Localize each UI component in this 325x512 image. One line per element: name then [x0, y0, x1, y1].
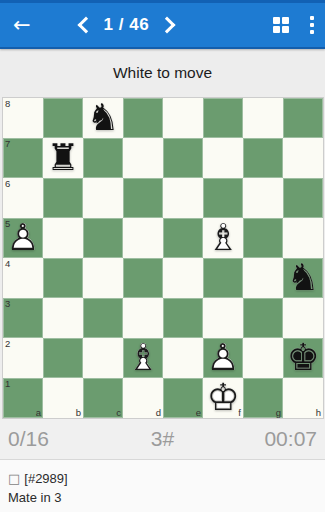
puzzle-info: □[#2989] Mate in 3	[0, 460, 325, 512]
puzzle-id: [#2989]	[24, 471, 67, 486]
square-c5[interactable]	[83, 218, 123, 258]
square-e6[interactable]	[163, 178, 203, 218]
file-label-h: h	[316, 408, 321, 418]
square-h3[interactable]	[283, 298, 323, 338]
rank-label-3: 3	[5, 299, 10, 309]
chess-board: 8♞7♜65♟♙♝♗4♞32♝♗♟♙♚1abcdef♚♔gh	[3, 98, 323, 418]
square-f1[interactable]: f♚♔	[203, 378, 243, 418]
square-d1[interactable]: d	[123, 378, 163, 418]
square-f6[interactable]	[203, 178, 243, 218]
square-e3[interactable]	[163, 298, 203, 338]
square-a8[interactable]: 8	[3, 98, 43, 138]
file-label-g: g	[276, 408, 281, 418]
square-e7[interactable]	[163, 138, 203, 178]
square-b3[interactable]	[43, 298, 83, 338]
square-h1[interactable]: h	[283, 378, 323, 418]
white-king: ♚♔	[203, 378, 243, 418]
puzzle-list-grid-icon[interactable]	[273, 17, 289, 33]
turn-banner-text: White to move	[113, 64, 212, 82]
square-f3[interactable]	[203, 298, 243, 338]
white-bishop: ♝♗	[123, 338, 163, 378]
file-label-e: e	[196, 408, 201, 418]
square-g6[interactable]	[243, 178, 283, 218]
square-d6[interactable]	[123, 178, 163, 218]
square-c1[interactable]: c	[83, 378, 123, 418]
file-label-f: f	[238, 408, 241, 418]
rank-label-8: 8	[5, 99, 10, 109]
black-knight: ♞	[283, 258, 323, 298]
square-g1[interactable]: g	[243, 378, 283, 418]
goal-label: 3#	[111, 427, 214, 451]
app-bar: ← 1 / 46	[0, 0, 325, 49]
square-h8[interactable]	[283, 98, 323, 138]
square-g5[interactable]	[243, 218, 283, 258]
square-h5[interactable]	[283, 218, 323, 258]
score-progress: 0/16	[8, 427, 111, 451]
square-a6[interactable]: 6	[3, 178, 43, 218]
square-d7[interactable]	[123, 138, 163, 178]
board-container: 8♞7♜65♟♙♝♗4♞32♝♗♟♙♚1abcdef♚♔gh	[2, 97, 324, 419]
rank-label-2: 2	[5, 339, 10, 349]
square-a4[interactable]: 4	[3, 258, 43, 298]
rank-label-1: 1	[5, 379, 10, 389]
square-h2[interactable]: ♚	[283, 338, 323, 378]
square-f2[interactable]: ♟♙	[203, 338, 243, 378]
file-label-d: d	[156, 408, 161, 418]
square-b1[interactable]: b	[43, 378, 83, 418]
square-f5[interactable]: ♝♗	[203, 218, 243, 258]
square-c4[interactable]	[83, 258, 123, 298]
square-h7[interactable]	[283, 138, 323, 178]
square-g3[interactable]	[243, 298, 283, 338]
square-c2[interactable]	[83, 338, 123, 378]
square-b4[interactable]	[43, 258, 83, 298]
square-g2[interactable]	[243, 338, 283, 378]
square-d8[interactable]	[123, 98, 163, 138]
rank-label-7: 7	[5, 139, 10, 149]
file-label-a: a	[36, 408, 41, 418]
puzzle-counter: 1 / 46	[104, 15, 150, 35]
square-c6[interactable]	[83, 178, 123, 218]
square-b8[interactable]	[43, 98, 83, 138]
square-c8[interactable]: ♞	[83, 98, 123, 138]
rank-label-4: 4	[5, 259, 10, 269]
square-a3[interactable]: 3	[3, 298, 43, 338]
square-f7[interactable]	[203, 138, 243, 178]
square-a5[interactable]: 5♟♙	[3, 218, 43, 258]
timer: 00:07	[214, 427, 317, 451]
status-bar: 0/16 3# 00:07	[0, 419, 325, 460]
square-e5[interactable]	[163, 218, 203, 258]
square-a1[interactable]: 1a	[3, 378, 43, 418]
square-a2[interactable]: 2	[3, 338, 43, 378]
next-puzzle-icon[interactable]	[159, 17, 176, 34]
square-g7[interactable]	[243, 138, 283, 178]
puzzle-id-line: □[#2989]	[8, 469, 317, 488]
square-a7[interactable]: 7	[3, 138, 43, 178]
square-g4[interactable]	[243, 258, 283, 298]
overflow-menu-icon[interactable]	[308, 14, 316, 36]
puzzle-navigation: 1 / 46	[80, 15, 174, 35]
black-rook: ♜	[43, 138, 83, 178]
file-label-c: c	[116, 408, 121, 418]
white-to-move-square-icon: □	[8, 471, 20, 486]
black-king: ♚	[283, 338, 323, 378]
turn-banner: White to move	[0, 49, 325, 97]
square-d4[interactable]	[123, 258, 163, 298]
square-d2[interactable]: ♝♗	[123, 338, 163, 378]
black-knight: ♞	[83, 98, 123, 138]
file-label-b: b	[76, 408, 81, 418]
square-e2[interactable]	[163, 338, 203, 378]
square-b2[interactable]	[43, 338, 83, 378]
square-b7[interactable]: ♜	[43, 138, 83, 178]
square-g8[interactable]	[243, 98, 283, 138]
square-e4[interactable]	[163, 258, 203, 298]
square-e1[interactable]: e	[163, 378, 203, 418]
rank-label-5: 5	[5, 219, 10, 229]
square-c7[interactable]	[83, 138, 123, 178]
white-bishop: ♝♗	[203, 218, 243, 258]
square-h6[interactable]	[283, 178, 323, 218]
square-f8[interactable]	[203, 98, 243, 138]
square-d5[interactable]	[123, 218, 163, 258]
square-h4[interactable]: ♞	[283, 258, 323, 298]
square-b6[interactable]	[43, 178, 83, 218]
square-f4[interactable]	[203, 258, 243, 298]
previous-puzzle-icon[interactable]	[77, 17, 94, 34]
square-b5[interactable]	[43, 218, 83, 258]
square-c3[interactable]	[83, 298, 123, 338]
puzzle-task: Mate in 3	[8, 488, 317, 507]
back-icon[interactable]: ←	[13, 15, 31, 36]
rank-label-6: 6	[5, 179, 10, 189]
square-d3[interactable]	[123, 298, 163, 338]
square-e8[interactable]	[163, 98, 203, 138]
white-pawn: ♟♙	[203, 338, 243, 378]
